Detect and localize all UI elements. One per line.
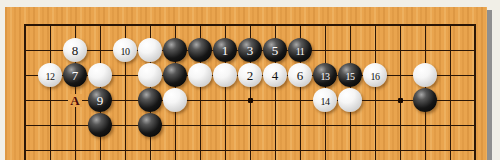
move-number: 16 [371, 65, 380, 89]
stone-white-move-4[interactable]: 4 [263, 63, 287, 87]
move-number: 6 [297, 64, 304, 88]
move-number: 1 [222, 39, 229, 63]
stone-white[interactable] [413, 63, 437, 87]
move-number: 9 [97, 89, 104, 113]
move-number: 5 [272, 39, 279, 63]
move-number: 7 [72, 64, 79, 88]
move-number: 15 [346, 65, 355, 89]
stone-white[interactable] [213, 63, 237, 87]
page-background: 81013511127246131516914A [0, 0, 500, 160]
stone-black-move-11[interactable]: 11 [288, 38, 312, 62]
stone-black-move-15[interactable]: 15 [338, 63, 362, 87]
stone-black[interactable] [413, 88, 437, 112]
stone-black[interactable] [163, 63, 187, 87]
stone-black-move-9[interactable]: 9 [88, 88, 112, 112]
stone-black-move-13[interactable]: 13 [313, 63, 337, 87]
stone-black[interactable] [138, 113, 162, 137]
move-number: 14 [321, 90, 330, 114]
stone-black-move-5[interactable]: 5 [263, 38, 287, 62]
move-number: 8 [72, 39, 79, 63]
move-number: 10 [121, 40, 130, 64]
stone-white-move-16[interactable]: 16 [363, 63, 387, 87]
stone-black[interactable] [88, 113, 112, 137]
point-label-A: A [68, 94, 81, 107]
star-point [248, 98, 253, 103]
stone-white-move-2[interactable]: 2 [238, 63, 262, 87]
move-number: 13 [321, 65, 330, 89]
stone-white-move-10[interactable]: 10 [113, 38, 137, 62]
stone-black[interactable] [138, 88, 162, 112]
stone-white-move-12[interactable]: 12 [38, 63, 62, 87]
board-shadow [487, 10, 492, 160]
stone-white-move-8[interactable]: 8 [63, 38, 87, 62]
stone-black-move-7[interactable]: 7 [63, 63, 87, 87]
stone-white[interactable] [338, 88, 362, 112]
stone-black-move-1[interactable]: 1 [213, 38, 237, 62]
move-number: 4 [272, 64, 279, 88]
stone-white[interactable] [138, 38, 162, 62]
stone-black[interactable] [188, 38, 212, 62]
board-grid: 81013511127246131516914A [13, 13, 488, 161]
stone-white[interactable] [88, 63, 112, 87]
go-board[interactable]: 81013511127246131516914A [5, 7, 487, 160]
move-number: 11 [296, 40, 305, 64]
stone-white-move-14[interactable]: 14 [313, 88, 337, 112]
stone-black-move-3[interactable]: 3 [238, 38, 262, 62]
stone-black[interactable] [163, 38, 187, 62]
move-number: 12 [46, 65, 55, 89]
move-number: 3 [247, 39, 254, 63]
stone-white[interactable] [138, 63, 162, 87]
stone-white-move-6[interactable]: 6 [288, 63, 312, 87]
stone-white[interactable] [188, 63, 212, 87]
stone-white[interactable] [163, 88, 187, 112]
star-point [398, 98, 403, 103]
move-number: 2 [247, 64, 254, 88]
